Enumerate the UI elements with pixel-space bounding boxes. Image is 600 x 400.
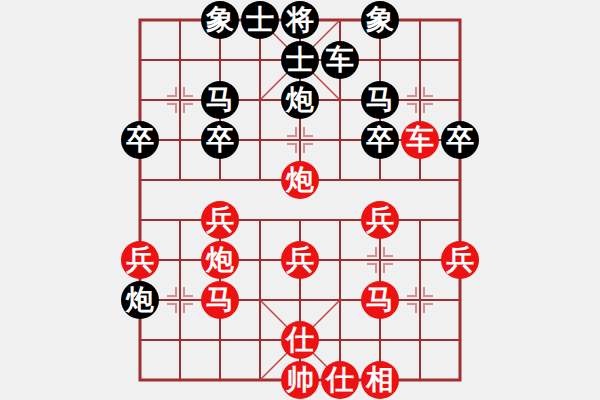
piece-red-soldier[interactable]: 兵 xyxy=(441,241,479,279)
piece-red-chariot[interactable]: 车 xyxy=(401,121,439,159)
piece-black-cannon[interactable]: 炮 xyxy=(121,281,159,319)
piece-black-soldier[interactable]: 卒 xyxy=(201,121,239,159)
piece-black-chariot[interactable]: 车 xyxy=(321,41,359,79)
piece-black-advisor[interactable]: 士 xyxy=(281,41,319,79)
piece-red-horse[interactable]: 马 xyxy=(361,281,399,319)
piece-black-horse[interactable]: 马 xyxy=(201,81,239,119)
piece-red-advisor[interactable]: 仕 xyxy=(321,361,359,399)
piece-black-advisor[interactable]: 士 xyxy=(241,1,279,39)
piece-black-elephant[interactable]: 象 xyxy=(201,1,239,39)
piece-red-elephant[interactable]: 相 xyxy=(361,361,399,399)
piece-red-cannon[interactable]: 炮 xyxy=(281,161,319,199)
piece-red-soldier[interactable]: 兵 xyxy=(201,201,239,239)
piece-red-general[interactable]: 帅 xyxy=(281,361,319,399)
piece-black-soldier[interactable]: 卒 xyxy=(121,121,159,159)
piece-red-soldier[interactable]: 兵 xyxy=(121,241,159,279)
piece-black-horse[interactable]: 马 xyxy=(361,81,399,119)
piece-red-soldier[interactable]: 兵 xyxy=(281,241,319,279)
piece-black-elephant[interactable]: 象 xyxy=(361,1,399,39)
piece-black-soldier[interactable]: 卒 xyxy=(441,121,479,159)
piece-red-horse[interactable]: 马 xyxy=(201,281,239,319)
xiangqi-board[interactable]: 象士将象士车马炮马卒卒卒车卒炮兵兵兵炮兵兵炮马马仕帅仕相 xyxy=(120,0,480,400)
xiangqi-app: 象士将象士车马炮马卒卒卒车卒炮兵兵兵炮兵兵炮马马仕帅仕相 xyxy=(0,0,600,400)
piece-black-general[interactable]: 将 xyxy=(281,1,319,39)
piece-red-soldier[interactable]: 兵 xyxy=(361,201,399,239)
piece-black-soldier[interactable]: 卒 xyxy=(361,121,399,159)
piece-red-advisor[interactable]: 仕 xyxy=(281,321,319,359)
piece-black-cannon[interactable]: 炮 xyxy=(281,81,319,119)
piece-red-cannon[interactable]: 炮 xyxy=(201,241,239,279)
